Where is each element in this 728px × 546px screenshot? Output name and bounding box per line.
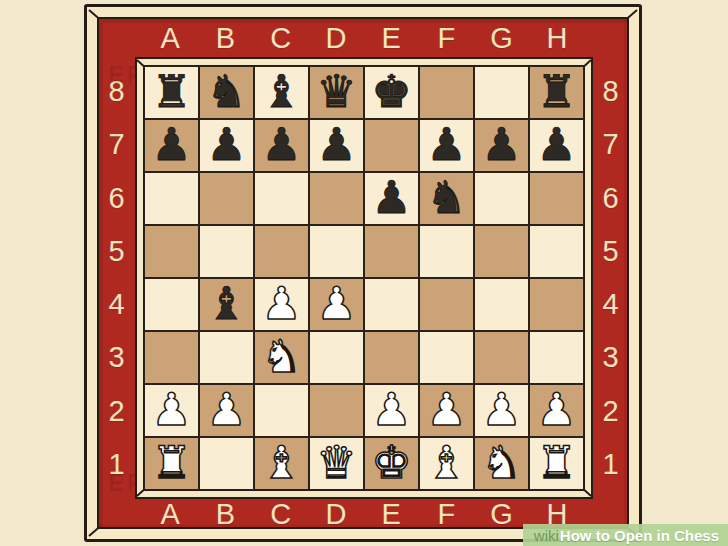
file-label-d: D	[309, 22, 364, 55]
file-labels-top: ABCDEFGH	[135, 19, 593, 57]
square-d3	[309, 331, 364, 384]
square-a2: ♟	[144, 384, 199, 437]
square-d1: ♛	[309, 437, 364, 490]
rank-label-5: 5	[602, 225, 619, 278]
white-pawn-e2: ♟	[371, 387, 411, 432]
square-a7: ♟	[144, 119, 199, 172]
black-pawn-c7: ♟	[261, 122, 301, 167]
square-h3	[529, 331, 584, 384]
square-b6	[199, 172, 254, 225]
square-e5	[364, 225, 419, 278]
square-d4: ♟	[309, 278, 364, 331]
white-rook-a1: ♜	[151, 440, 191, 485]
square-c7: ♟	[254, 119, 309, 172]
square-e8: ♚	[364, 66, 419, 119]
rank-label-4: 4	[602, 278, 619, 331]
square-d2	[309, 384, 364, 437]
square-a5	[144, 225, 199, 278]
file-label-g: G	[475, 22, 530, 55]
white-bishop-f1: ♝	[426, 440, 466, 485]
black-rook-h8: ♜	[536, 69, 576, 114]
file-label-c: C	[254, 22, 309, 55]
black-king-e8: ♚	[371, 69, 411, 114]
square-f2: ♟	[419, 384, 474, 437]
rank-label-5: 5	[108, 225, 125, 278]
bevel-miter-line	[583, 489, 592, 497]
page-background: EFG EFG ABCDEFGH 87654321 ♜♞♝♛♚♜♟♟♟♟♟♟♟♟…	[0, 0, 728, 546]
white-pawn-b2: ♟	[206, 387, 246, 432]
square-a8: ♜	[144, 66, 199, 119]
square-b8: ♞	[199, 66, 254, 119]
square-e1: ♚	[364, 437, 419, 490]
black-knight-b8: ♞	[206, 69, 246, 114]
rank-label-1: 1	[108, 438, 125, 491]
board-coordinate-border: EFG EFG ABCDEFGH 87654321 ♜♞♝♛♚♜♟♟♟♟♟♟♟♟…	[97, 17, 629, 529]
square-a1: ♜	[144, 437, 199, 490]
file-label-e: E	[364, 22, 419, 55]
white-pawn-d4: ♟	[316, 281, 356, 326]
black-pawn-f7: ♟	[426, 122, 466, 167]
square-h5	[529, 225, 584, 278]
board-inner-bevel: ♜♞♝♛♚♜♟♟♟♟♟♟♟♟♞♝♟♟♞♟♟♟♟♟♟♜♝♛♚♝♞♜	[135, 57, 593, 499]
rank-label-7: 7	[108, 118, 125, 171]
file-label-e: E	[364, 498, 419, 531]
square-a6	[144, 172, 199, 225]
square-b4: ♝	[199, 278, 254, 331]
square-f7: ♟	[419, 119, 474, 172]
square-d7: ♟	[309, 119, 364, 172]
square-h2: ♟	[529, 384, 584, 437]
black-pawn-b7: ♟	[206, 122, 246, 167]
square-e2: ♟	[364, 384, 419, 437]
white-queen-d1: ♛	[316, 440, 356, 485]
black-pawn-d7: ♟	[316, 122, 356, 167]
rank-label-2: 2	[602, 385, 619, 438]
white-rook-h1: ♜	[536, 440, 576, 485]
white-king-e1: ♚	[371, 440, 411, 485]
rank-labels-right: 87654321	[593, 57, 629, 499]
rank-label-6: 6	[108, 172, 125, 225]
rank-label-3: 3	[602, 331, 619, 384]
rank-label-6: 6	[602, 172, 619, 225]
square-h6	[529, 172, 584, 225]
bevel-miter-line	[136, 59, 145, 67]
square-e7	[364, 119, 419, 172]
file-label-f: F	[419, 498, 474, 531]
file-label-f: F	[419, 22, 474, 55]
square-b3	[199, 331, 254, 384]
square-f5	[419, 225, 474, 278]
white-pawn-g2: ♟	[481, 387, 521, 432]
square-h7: ♟	[529, 119, 584, 172]
square-b2: ♟	[199, 384, 254, 437]
square-g2: ♟	[474, 384, 529, 437]
square-g5	[474, 225, 529, 278]
white-bishop-c1: ♝	[261, 440, 301, 485]
square-d5	[309, 225, 364, 278]
square-h1: ♜	[529, 437, 584, 490]
file-label-a: A	[143, 22, 198, 55]
white-pawn-h2: ♟	[536, 387, 576, 432]
square-g7: ♟	[474, 119, 529, 172]
rank-label-8: 8	[602, 65, 619, 118]
square-f3	[419, 331, 474, 384]
chess-board: ♜♞♝♛♚♜♟♟♟♟♟♟♟♟♞♝♟♟♞♟♟♟♟♟♟♜♝♛♚♝♞♜	[143, 65, 585, 491]
file-label-d: D	[309, 498, 364, 531]
rank-label-3: 3	[108, 331, 125, 384]
square-g1: ♞	[474, 437, 529, 490]
black-pawn-a7: ♟	[151, 122, 191, 167]
bevel-miter-line	[136, 489, 145, 497]
square-c8: ♝	[254, 66, 309, 119]
square-c1: ♝	[254, 437, 309, 490]
file-label-a: A	[143, 498, 198, 531]
file-label-b: B	[198, 22, 253, 55]
square-e6: ♟	[364, 172, 419, 225]
white-knight-c3: ♞	[261, 334, 301, 379]
file-label-c: C	[254, 498, 309, 531]
bevel-miter-line	[583, 59, 592, 67]
wikihow-brand-text: wiki	[534, 527, 559, 544]
white-knight-g1: ♞	[481, 440, 521, 485]
white-pawn-c4: ♟	[261, 281, 301, 326]
chess-board-illustration: EFG EFG ABCDEFGH 87654321 ♜♞♝♛♚♜♟♟♟♟♟♟♟♟…	[84, 4, 642, 542]
square-f6: ♞	[419, 172, 474, 225]
file-label-b: B	[198, 498, 253, 531]
watermark-title-text: How to Open in Chess	[560, 527, 719, 544]
square-c2	[254, 384, 309, 437]
square-e3	[364, 331, 419, 384]
black-bishop-b4: ♝	[206, 281, 246, 326]
rank-label-1: 1	[602, 438, 619, 491]
square-g4	[474, 278, 529, 331]
square-c3: ♞	[254, 331, 309, 384]
file-label-g: G	[475, 498, 530, 531]
rank-label-2: 2	[108, 385, 125, 438]
square-f4	[419, 278, 474, 331]
wikihow-watermark: wiki How to Open in Chess	[523, 524, 728, 546]
square-h4	[529, 278, 584, 331]
square-g8	[474, 66, 529, 119]
square-d8: ♛	[309, 66, 364, 119]
black-pawn-g7: ♟	[481, 122, 521, 167]
square-b1	[199, 437, 254, 490]
square-a4	[144, 278, 199, 331]
square-e4	[364, 278, 419, 331]
square-g6	[474, 172, 529, 225]
file-label-h: H	[530, 22, 585, 55]
square-b5	[199, 225, 254, 278]
square-d6	[309, 172, 364, 225]
board-outer-frame: EFG EFG ABCDEFGH 87654321 ♜♞♝♛♚♜♟♟♟♟♟♟♟♟…	[84, 4, 642, 542]
square-f8	[419, 66, 474, 119]
square-f1: ♝	[419, 437, 474, 490]
rank-label-4: 4	[108, 278, 125, 331]
rank-label-8: 8	[108, 65, 125, 118]
black-bishop-c8: ♝	[261, 69, 301, 114]
rank-labels-left: 87654321	[99, 57, 135, 499]
square-c4: ♟	[254, 278, 309, 331]
square-b7: ♟	[199, 119, 254, 172]
square-c6	[254, 172, 309, 225]
square-a3	[144, 331, 199, 384]
black-pawn-h7: ♟	[536, 122, 576, 167]
black-queen-d8: ♛	[316, 69, 356, 114]
rank-label-7: 7	[602, 118, 619, 171]
square-c5	[254, 225, 309, 278]
black-pawn-e6: ♟	[371, 175, 411, 220]
black-knight-f6: ♞	[426, 175, 466, 220]
square-g3	[474, 331, 529, 384]
black-rook-a8: ♜	[151, 69, 191, 114]
white-pawn-a2: ♟	[151, 387, 191, 432]
white-pawn-f2: ♟	[426, 387, 466, 432]
square-h8: ♜	[529, 66, 584, 119]
